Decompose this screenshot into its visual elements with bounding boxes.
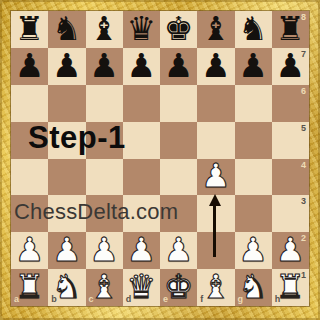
square-a8[interactable]: ♜ [11, 11, 48, 48]
square-a4[interactable] [11, 159, 48, 196]
square-h4[interactable]: 4 [272, 159, 309, 196]
file-label: a [14, 295, 19, 304]
chess-board: ♜♞♝♛♚♝♞♜8♟♟♟♟♟♟♟♟765♟43♟♟♟♟♟♟♟2♜a♞b♝c♛d♚… [10, 10, 310, 307]
square-h8[interactable]: ♜8 [272, 11, 309, 48]
square-a6[interactable] [11, 85, 48, 122]
square-d4[interactable] [123, 159, 160, 196]
square-c8[interactable]: ♝ [86, 11, 123, 48]
piece-black-king[interactable]: ♚ [164, 12, 194, 45]
piece-black-pawn[interactable]: ♟ [15, 49, 45, 82]
file-label: h [275, 295, 281, 304]
rank-label: 8 [301, 13, 306, 22]
square-h6[interactable]: 6 [272, 85, 309, 122]
file-label: g [238, 295, 244, 304]
piece-black-knight[interactable]: ♞ [52, 12, 82, 45]
move-arrow-shaft [213, 204, 216, 257]
square-h3[interactable]: 3 [272, 195, 309, 232]
square-f4[interactable]: ♟ [197, 159, 234, 196]
square-d2[interactable]: ♟ [123, 232, 160, 269]
square-b8[interactable]: ♞ [48, 11, 85, 48]
square-h2[interactable]: ♟2 [272, 232, 309, 269]
piece-black-queen[interactable]: ♛ [127, 12, 157, 45]
square-g8[interactable]: ♞ [235, 11, 272, 48]
square-h7[interactable]: ♟7 [272, 48, 309, 85]
square-e5[interactable] [160, 122, 197, 159]
file-label: b [51, 295, 57, 304]
square-c1[interactable]: ♝c [86, 269, 123, 306]
square-c7[interactable]: ♟ [86, 48, 123, 85]
square-f8[interactable]: ♝ [197, 11, 234, 48]
square-c6[interactable] [86, 85, 123, 122]
square-a2[interactable]: ♟ [11, 232, 48, 269]
piece-black-pawn[interactable]: ♟ [238, 49, 268, 82]
rank-label: 5 [301, 124, 306, 133]
square-d1[interactable]: ♛d [123, 269, 160, 306]
square-f7[interactable]: ♟ [197, 48, 234, 85]
square-e2[interactable]: ♟ [160, 232, 197, 269]
square-f6[interactable] [197, 85, 234, 122]
piece-white-pawn[interactable]: ♟ [15, 233, 45, 266]
rank-label: 7 [301, 50, 306, 59]
square-e4[interactable] [160, 159, 197, 196]
file-label: d [126, 295, 132, 304]
piece-black-pawn[interactable]: ♟ [201, 49, 231, 82]
piece-black-bishop[interactable]: ♝ [89, 12, 119, 45]
square-c4[interactable] [86, 159, 123, 196]
piece-white-pawn[interactable]: ♟ [201, 159, 231, 192]
square-d8[interactable]: ♛ [123, 11, 160, 48]
square-h1[interactable]: ♜1h [272, 269, 309, 306]
piece-black-pawn[interactable]: ♟ [127, 49, 157, 82]
square-e6[interactable] [160, 85, 197, 122]
piece-black-pawn[interactable]: ♟ [89, 49, 119, 82]
square-h5[interactable]: 5 [272, 122, 309, 159]
square-d5[interactable] [123, 122, 160, 159]
square-g7[interactable]: ♟ [235, 48, 272, 85]
file-label: e [163, 295, 168, 304]
piece-white-pawn[interactable]: ♟ [238, 233, 268, 266]
piece-white-bishop[interactable]: ♝ [89, 270, 119, 303]
square-b4[interactable] [48, 159, 85, 196]
watermark-chessdelta: ChessDelta.com [14, 199, 178, 225]
square-d7[interactable]: ♟ [123, 48, 160, 85]
square-c2[interactable]: ♟ [86, 232, 123, 269]
piece-white-bishop[interactable]: ♝ [201, 270, 231, 303]
piece-black-knight[interactable]: ♞ [238, 12, 268, 45]
rank-label: 4 [301, 161, 306, 170]
piece-black-pawn[interactable]: ♟ [52, 49, 82, 82]
square-g2[interactable]: ♟ [235, 232, 272, 269]
rank-label: 3 [301, 197, 306, 206]
move-arrow-head-icon [209, 194, 221, 206]
piece-white-pawn[interactable]: ♟ [127, 233, 157, 266]
square-b6[interactable] [48, 85, 85, 122]
square-b1[interactable]: ♞b [48, 269, 85, 306]
square-f5[interactable] [197, 122, 234, 159]
file-label: c [89, 295, 94, 304]
gold-frame: ♜♞♝♛♚♝♞♜8♟♟♟♟♟♟♟♟765♟43♟♟♟♟♟♟♟2♜a♞b♝c♛d♚… [0, 0, 320, 320]
piece-white-pawn[interactable]: ♟ [164, 233, 194, 266]
square-b2[interactable]: ♟ [48, 232, 85, 269]
square-g4[interactable] [235, 159, 272, 196]
piece-white-pawn[interactable]: ♟ [52, 233, 82, 266]
rank-label: 1 [301, 271, 306, 280]
square-g6[interactable] [235, 85, 272, 122]
square-a7[interactable]: ♟ [11, 48, 48, 85]
square-d6[interactable] [123, 85, 160, 122]
step-label: Step-1 [28, 120, 126, 156]
square-e8[interactable]: ♚ [160, 11, 197, 48]
square-f1[interactable]: ♝f [197, 269, 234, 306]
piece-white-pawn[interactable]: ♟ [89, 233, 119, 266]
rank-label: 6 [301, 87, 306, 96]
square-e1[interactable]: ♚e [160, 269, 197, 306]
piece-white-king[interactable]: ♚ [164, 270, 194, 303]
square-e7[interactable]: ♟ [160, 48, 197, 85]
square-g5[interactable] [235, 122, 272, 159]
piece-black-rook[interactable]: ♜ [15, 12, 45, 45]
piece-white-rook[interactable]: ♜ [15, 270, 45, 303]
square-b7[interactable]: ♟ [48, 48, 85, 85]
piece-black-pawn[interactable]: ♟ [164, 49, 194, 82]
rank-label: 2 [301, 234, 306, 243]
file-label: f [200, 295, 203, 304]
piece-black-bishop[interactable]: ♝ [201, 12, 231, 45]
square-a1[interactable]: ♜a [11, 269, 48, 306]
square-g1[interactable]: ♞g [235, 269, 272, 306]
square-g3[interactable] [235, 195, 272, 232]
